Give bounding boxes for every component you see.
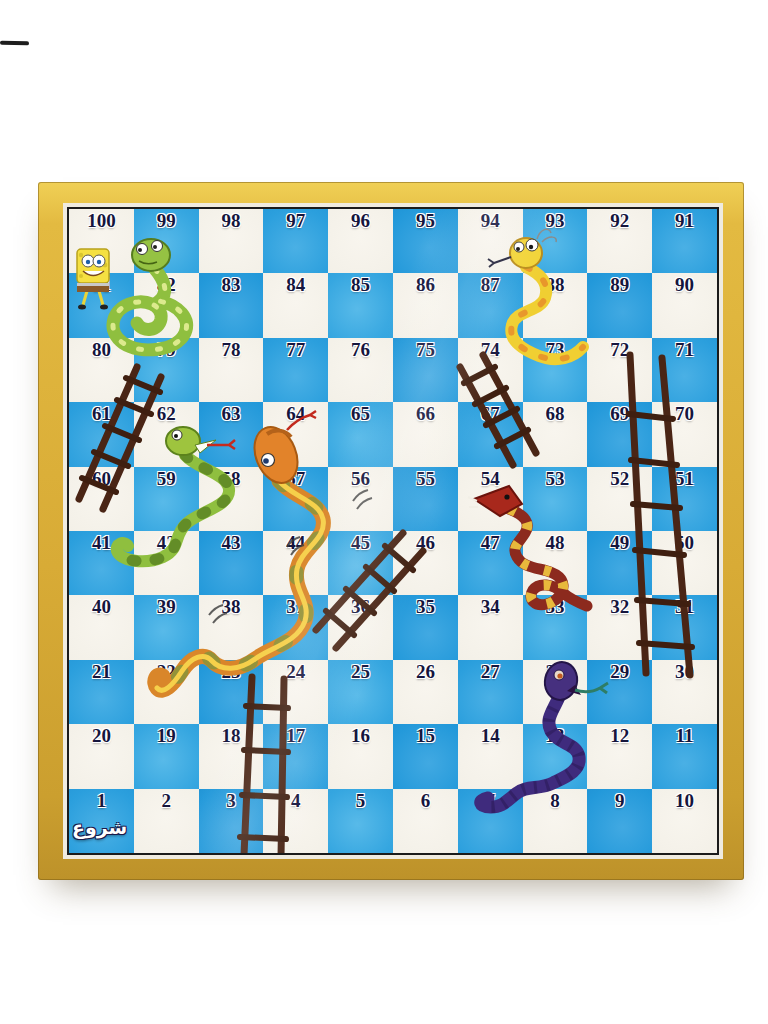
square-15: 15	[393, 724, 458, 788]
square-36: 36	[328, 595, 393, 659]
square-number: 31	[652, 596, 717, 618]
square-number: 98	[199, 210, 264, 232]
square-96: 96	[328, 209, 393, 273]
square-number: 86	[393, 274, 458, 296]
square-number: 12	[587, 725, 652, 747]
square-number: 4	[263, 790, 328, 812]
square-number: 54	[458, 468, 523, 490]
square-12: 12	[587, 724, 652, 788]
square-71: 71	[652, 338, 717, 402]
square-number: 87	[458, 274, 523, 296]
square-number: 100	[69, 210, 134, 232]
square-number: 80	[69, 339, 134, 361]
square-number: 1	[69, 790, 134, 812]
square-number: 93	[523, 210, 588, 232]
square-number: 90	[652, 274, 717, 296]
square-number: 60	[69, 468, 134, 490]
square-number: 43	[199, 532, 264, 554]
square-74: 74	[458, 338, 523, 402]
square-number: 66	[393, 403, 458, 425]
square-number: 23	[199, 661, 264, 683]
square-number: 97	[263, 210, 328, 232]
square-number: 8	[523, 790, 588, 812]
square-35: 35	[393, 595, 458, 659]
square-number: 74	[458, 339, 523, 361]
square-number: 25	[328, 661, 393, 683]
square-67: 67	[458, 402, 523, 466]
square-32: 32	[587, 595, 652, 659]
square-79: 79	[134, 338, 199, 402]
square-number: 26	[393, 661, 458, 683]
square-76: 76	[328, 338, 393, 402]
square-number: 73	[523, 339, 588, 361]
square-number: 55	[393, 468, 458, 490]
square-number: 7	[458, 790, 523, 812]
square-33: 33	[523, 595, 588, 659]
square-93: 93	[523, 209, 588, 273]
square-45: 45	[328, 531, 393, 595]
square-28: 28	[523, 660, 588, 724]
square-90: 90	[652, 273, 717, 337]
square-78: 78	[199, 338, 264, 402]
square-82: 82	[134, 273, 199, 337]
square-38: 38	[199, 595, 264, 659]
photo-of-snakes-and-ladders-board: 1009998979695949392918182838485868788899…	[0, 0, 768, 1024]
square-31: 31	[652, 595, 717, 659]
square-25: 25	[328, 660, 393, 724]
square-number: 2	[134, 790, 199, 812]
square-42: 42	[134, 531, 199, 595]
square-68: 68	[523, 402, 588, 466]
square-2: 2	[134, 789, 199, 853]
square-4: 4	[263, 789, 328, 853]
square-number: 34	[458, 596, 523, 618]
square-number: 91	[652, 210, 717, 232]
square-number: 69	[587, 403, 652, 425]
square-number: 83	[199, 274, 264, 296]
square-97: 97	[263, 209, 328, 273]
square-number: 32	[587, 596, 652, 618]
square-19: 19	[134, 724, 199, 788]
square-number: 50	[652, 532, 717, 554]
square-81: 81	[69, 273, 134, 337]
square-86: 86	[393, 273, 458, 337]
square-number: 51	[652, 468, 717, 490]
square-8: 8	[523, 789, 588, 853]
square-number: 44	[263, 532, 328, 554]
square-number: 45	[328, 532, 393, 554]
square-number: 13	[523, 725, 588, 747]
square-number: 30	[652, 661, 717, 683]
square-72: 72	[587, 338, 652, 402]
square-number: 79	[134, 339, 199, 361]
square-41: 41	[69, 531, 134, 595]
square-number: 47	[458, 532, 523, 554]
square-75: 75	[393, 338, 458, 402]
square-number: 57	[263, 468, 328, 490]
square-number: 9	[587, 790, 652, 812]
square-number: 15	[393, 725, 458, 747]
square-49: 49	[587, 531, 652, 595]
square-number: 84	[263, 274, 328, 296]
square-69: 69	[587, 402, 652, 466]
square-34: 34	[458, 595, 523, 659]
square-number: 28	[523, 661, 588, 683]
board-grid: 1009998979695949392918182838485868788899…	[69, 209, 717, 853]
square-61: 61	[69, 402, 134, 466]
square-number: 75	[393, 339, 458, 361]
square-3: 3	[199, 789, 264, 853]
square-number: 14	[458, 725, 523, 747]
square-100: 100	[69, 209, 134, 273]
square-77: 77	[263, 338, 328, 402]
square-83: 83	[199, 273, 264, 337]
square-37: 37	[263, 595, 328, 659]
square-number: 52	[587, 468, 652, 490]
square-56: 56	[328, 467, 393, 531]
square-number: 70	[652, 403, 717, 425]
square-39: 39	[134, 595, 199, 659]
square-65: 65	[328, 402, 393, 466]
square-48: 48	[523, 531, 588, 595]
square-number: 29	[587, 661, 652, 683]
square-16: 16	[328, 724, 393, 788]
start-label: شروع	[72, 816, 127, 838]
square-number: 71	[652, 339, 717, 361]
square-17: 17	[263, 724, 328, 788]
square-number: 46	[393, 532, 458, 554]
square-54: 54	[458, 467, 523, 531]
square-number: 16	[328, 725, 393, 747]
square-number: 11	[652, 725, 717, 747]
square-number: 61	[69, 403, 134, 425]
square-26: 26	[393, 660, 458, 724]
square-number: 77	[263, 339, 328, 361]
square-number: 22	[134, 661, 199, 683]
square-number: 27	[458, 661, 523, 683]
square-number: 35	[393, 596, 458, 618]
square-number: 63	[199, 403, 264, 425]
square-70: 70	[652, 402, 717, 466]
square-number: 49	[587, 532, 652, 554]
square-number: 17	[263, 725, 328, 747]
square-80: 80	[69, 338, 134, 402]
square-number: 3	[199, 790, 264, 812]
square-57: 57	[263, 467, 328, 531]
square-29: 29	[587, 660, 652, 724]
square-number: 56	[328, 468, 393, 490]
square-number: 37	[263, 596, 328, 618]
square-51: 51	[652, 467, 717, 531]
square-11: 11	[652, 724, 717, 788]
square-number: 39	[134, 596, 199, 618]
square-1: 1شروع	[69, 789, 134, 853]
square-58: 58	[199, 467, 264, 531]
square-number: 59	[134, 468, 199, 490]
square-number: 76	[328, 339, 393, 361]
square-9: 9	[587, 789, 652, 853]
board-frame: 1009998979695949392918182838485868788899…	[38, 182, 744, 880]
square-number: 42	[134, 532, 199, 554]
square-40: 40	[69, 595, 134, 659]
square-30: 30	[652, 660, 717, 724]
square-number: 5	[328, 790, 393, 812]
square-number: 68	[523, 403, 588, 425]
square-number: 67	[458, 403, 523, 425]
square-number: 20	[69, 725, 134, 747]
square-6: 6	[393, 789, 458, 853]
square-66: 66	[393, 402, 458, 466]
square-13: 13	[523, 724, 588, 788]
square-number: 18	[199, 725, 264, 747]
square-number: 6	[393, 790, 458, 812]
square-number: 65	[328, 403, 393, 425]
square-64: 64	[263, 402, 328, 466]
square-number: 38	[199, 596, 264, 618]
square-92: 92	[587, 209, 652, 273]
square-number: 62	[134, 403, 199, 425]
square-62: 62	[134, 402, 199, 466]
square-55: 55	[393, 467, 458, 531]
square-number: 33	[523, 596, 588, 618]
square-63: 63	[199, 402, 264, 466]
square-number: 89	[587, 274, 652, 296]
square-73: 73	[523, 338, 588, 402]
square-10: 10	[652, 789, 717, 853]
square-14: 14	[458, 724, 523, 788]
square-99: 99	[134, 209, 199, 273]
square-number: 36	[328, 596, 393, 618]
square-number: 21	[69, 661, 134, 683]
square-24: 24	[263, 660, 328, 724]
square-43: 43	[199, 531, 264, 595]
square-number: 58	[199, 468, 264, 490]
square-88: 88	[523, 273, 588, 337]
square-44: 44	[263, 531, 328, 595]
square-number: 78	[199, 339, 264, 361]
board: 1009998979695949392918182838485868788899…	[67, 207, 719, 855]
square-94: 94	[458, 209, 523, 273]
square-number: 24	[263, 661, 328, 683]
square-number: 99	[134, 210, 199, 232]
square-number: 82	[134, 274, 199, 296]
square-27: 27	[458, 660, 523, 724]
square-18: 18	[199, 724, 264, 788]
square-number: 41	[69, 532, 134, 554]
square-47: 47	[458, 531, 523, 595]
square-59: 59	[134, 467, 199, 531]
square-52: 52	[587, 467, 652, 531]
square-number: 19	[134, 725, 199, 747]
square-number: 72	[587, 339, 652, 361]
square-21: 21	[69, 660, 134, 724]
square-46: 46	[393, 531, 458, 595]
square-60: 60	[69, 467, 134, 531]
square-number: 53	[523, 468, 588, 490]
square-number: 92	[587, 210, 652, 232]
square-50: 50	[652, 531, 717, 595]
square-number: 10	[652, 790, 717, 812]
square-5: 5	[328, 789, 393, 853]
photo-mark	[0, 41, 29, 46]
square-7: 7	[458, 789, 523, 853]
square-95: 95	[393, 209, 458, 273]
square-number: 85	[328, 274, 393, 296]
square-98: 98	[199, 209, 264, 273]
square-number: 88	[523, 274, 588, 296]
square-number: 96	[328, 210, 393, 232]
square-number: 94	[458, 210, 523, 232]
square-number: 48	[523, 532, 588, 554]
square-91: 91	[652, 209, 717, 273]
square-number: 95	[393, 210, 458, 232]
square-53: 53	[523, 467, 588, 531]
square-89: 89	[587, 273, 652, 337]
square-number: 40	[69, 596, 134, 618]
square-20: 20	[69, 724, 134, 788]
square-number: 81	[69, 274, 134, 296]
square-22: 22	[134, 660, 199, 724]
square-number: 64	[263, 403, 328, 425]
square-23: 23	[199, 660, 264, 724]
square-84: 84	[263, 273, 328, 337]
square-87: 87	[458, 273, 523, 337]
square-85: 85	[328, 273, 393, 337]
